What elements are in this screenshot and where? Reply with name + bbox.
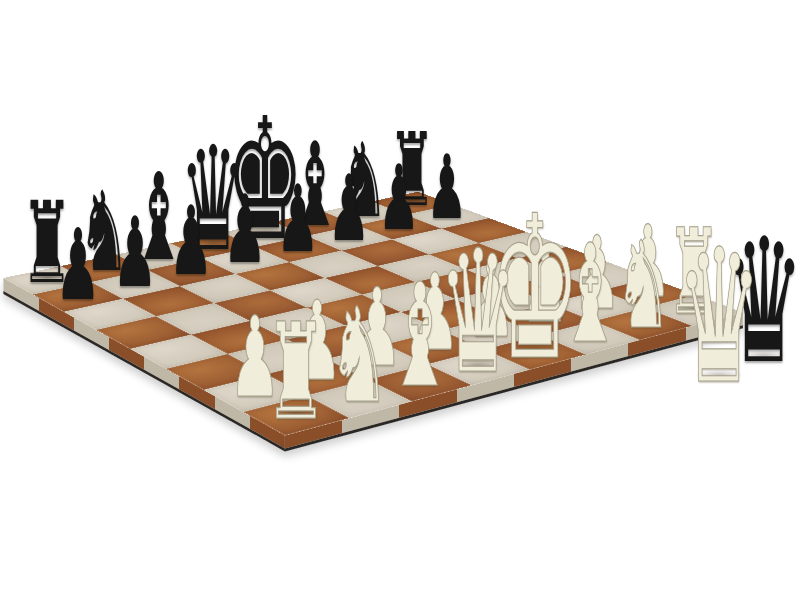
chess-set-product-photo: ♜♞♝♛♚♝♞♜♟♟♟♟♟♟♟♟♟♟♟♟♟♟♟♟♜♞♝♛♚♝♞♜♛♛ bbox=[0, 0, 800, 591]
piece-shadow bbox=[733, 349, 795, 362]
piece-shadow bbox=[686, 368, 753, 382]
piece-black-queen-spare-2: ♛ bbox=[724, 216, 800, 388]
chess-board bbox=[3, 192, 743, 436]
